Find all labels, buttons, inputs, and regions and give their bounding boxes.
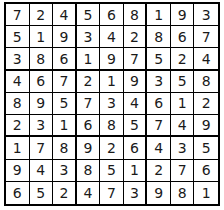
sudoku-cell-r7c9[interactable]: 5 <box>194 137 218 159</box>
sudoku-cell-r7c6[interactable]: 6 <box>124 137 148 159</box>
sudoku-cell-r6c5[interactable]: 8 <box>100 115 124 137</box>
sudoku-cell-r7c5[interactable]: 2 <box>100 137 124 159</box>
sudoku-cell-r9c7[interactable]: 9 <box>147 182 171 204</box>
sudoku-cell-r4c6[interactable]: 9 <box>124 71 148 93</box>
sudoku-cell-r2c3[interactable]: 9 <box>53 26 77 48</box>
sudoku-cell-r7c8[interactable]: 3 <box>171 137 195 159</box>
sudoku-cell-r6c8[interactable]: 4 <box>171 115 195 137</box>
sudoku-cell-r8c1[interactable]: 9 <box>6 160 30 182</box>
sudoku-cell-r2c7[interactable]: 8 <box>147 26 171 48</box>
sudoku-cell-r4c8[interactable]: 5 <box>171 71 195 93</box>
sudoku-cell-r1c4[interactable]: 5 <box>77 4 101 26</box>
sudoku-cell-r4c3[interactable]: 7 <box>53 71 77 93</box>
sudoku-cell-r8c8[interactable]: 7 <box>171 160 195 182</box>
sudoku-cell-r3c1[interactable]: 3 <box>6 48 30 70</box>
sudoku-cell-r4c4[interactable]: 2 <box>77 71 101 93</box>
sudoku-cell-r3c9[interactable]: 4 <box>194 48 218 70</box>
sudoku-cell-r1c6[interactable]: 8 <box>124 4 148 26</box>
sudoku-cell-r6c1[interactable]: 2 <box>6 115 30 137</box>
sudoku-cell-r2c2[interactable]: 1 <box>30 26 54 48</box>
sudoku-cell-r7c4[interactable]: 9 <box>77 137 101 159</box>
sudoku-cell-r1c9[interactable]: 3 <box>194 4 218 26</box>
sudoku-cell-r8c7[interactable]: 2 <box>147 160 171 182</box>
sudoku-cell-r3c4[interactable]: 1 <box>77 48 101 70</box>
sudoku-cell-r9c6[interactable]: 3 <box>124 182 148 204</box>
sudoku-cell-r9c5[interactable]: 7 <box>100 182 124 204</box>
sudoku-cell-r3c2[interactable]: 8 <box>30 48 54 70</box>
sudoku-cell-r9c4[interactable]: 4 <box>77 182 101 204</box>
sudoku-cell-r8c5[interactable]: 5 <box>100 160 124 182</box>
sudoku-cell-r4c7[interactable]: 3 <box>147 71 171 93</box>
sudoku-cell-r3c3[interactable]: 6 <box>53 48 77 70</box>
sudoku-cell-r5c4[interactable]: 7 <box>77 93 101 115</box>
sudoku-cell-r6c9[interactable]: 9 <box>194 115 218 137</box>
sudoku-cell-r2c6[interactable]: 2 <box>124 26 148 48</box>
sudoku-cell-r8c4[interactable]: 8 <box>77 160 101 182</box>
sudoku-cell-r6c6[interactable]: 5 <box>124 115 148 137</box>
sudoku-cell-r1c8[interactable]: 9 <box>171 4 195 26</box>
sudoku-cell-r1c2[interactable]: 2 <box>30 4 54 26</box>
sudoku-cell-r7c3[interactable]: 8 <box>53 137 77 159</box>
sudoku-cell-r1c7[interactable]: 1 <box>147 4 171 26</box>
sudoku-cell-r6c3[interactable]: 1 <box>53 115 77 137</box>
sudoku-cell-r7c2[interactable]: 7 <box>30 137 54 159</box>
sudoku-cell-r3c7[interactable]: 5 <box>147 48 171 70</box>
sudoku-cell-r8c6[interactable]: 1 <box>124 160 148 182</box>
sudoku-cell-r9c1[interactable]: 6 <box>6 182 30 204</box>
sudoku-cell-r5c2[interactable]: 9 <box>30 93 54 115</box>
sudoku-cell-r8c9[interactable]: 6 <box>194 160 218 182</box>
sudoku-cell-r2c1[interactable]: 5 <box>6 26 30 48</box>
sudoku-cell-r3c8[interactable]: 2 <box>171 48 195 70</box>
sudoku-cell-r8c2[interactable]: 4 <box>30 160 54 182</box>
sudoku-cell-r6c2[interactable]: 3 <box>30 115 54 137</box>
sudoku-cell-r2c5[interactable]: 4 <box>100 26 124 48</box>
sudoku-cell-r6c4[interactable]: 6 <box>77 115 101 137</box>
sudoku-cell-r4c5[interactable]: 1 <box>100 71 124 93</box>
sudoku-cell-r3c5[interactable]: 9 <box>100 48 124 70</box>
sudoku-cell-r9c2[interactable]: 5 <box>30 182 54 204</box>
sudoku-cell-r1c1[interactable]: 7 <box>6 4 30 26</box>
sudoku-cell-r8c3[interactable]: 3 <box>53 160 77 182</box>
sudoku-cell-r7c7[interactable]: 4 <box>147 137 171 159</box>
sudoku-cell-r3c6[interactable]: 7 <box>124 48 148 70</box>
sudoku-cell-r2c4[interactable]: 3 <box>77 26 101 48</box>
sudoku-cell-r9c3[interactable]: 2 <box>53 182 77 204</box>
sudoku-cell-r1c5[interactable]: 6 <box>100 4 124 26</box>
sudoku-board: 7245681935193428673861975244672193588957… <box>4 2 220 206</box>
sudoku-cell-r4c9[interactable]: 8 <box>194 71 218 93</box>
sudoku-cell-r6c7[interactable]: 7 <box>147 115 171 137</box>
sudoku-cell-r5c1[interactable]: 8 <box>6 93 30 115</box>
sudoku-cell-r5c7[interactable]: 6 <box>147 93 171 115</box>
sudoku-board-wrapper: 7245681935193428673861975244672193588957… <box>4 2 220 206</box>
sudoku-cell-r2c8[interactable]: 6 <box>171 26 195 48</box>
sudoku-cell-r5c9[interactable]: 2 <box>194 93 218 115</box>
sudoku-cell-r7c1[interactable]: 1 <box>6 137 30 159</box>
sudoku-cell-r9c9[interactable]: 1 <box>194 182 218 204</box>
sudoku-cell-r5c8[interactable]: 1 <box>171 93 195 115</box>
sudoku-cell-r5c3[interactable]: 5 <box>53 93 77 115</box>
sudoku-cell-r1c3[interactable]: 4 <box>53 4 77 26</box>
sudoku-cell-r4c1[interactable]: 4 <box>6 71 30 93</box>
sudoku-cell-r5c6[interactable]: 4 <box>124 93 148 115</box>
sudoku-cell-r5c5[interactable]: 3 <box>100 93 124 115</box>
sudoku-cell-r4c2[interactable]: 6 <box>30 71 54 93</box>
sudoku-cell-r2c9[interactable]: 7 <box>194 26 218 48</box>
sudoku-cell-r9c8[interactable]: 8 <box>171 182 195 204</box>
